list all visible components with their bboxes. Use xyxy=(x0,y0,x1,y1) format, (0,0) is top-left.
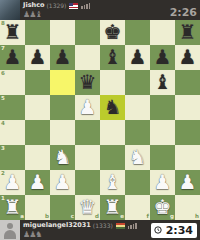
square-c4[interactable] xyxy=(50,120,75,145)
square-d2[interactable] xyxy=(75,170,100,195)
square-a6[interactable]: 6 xyxy=(0,70,25,95)
piece-black-king[interactable]: ♚ xyxy=(100,20,125,45)
clock-icon xyxy=(154,226,162,234)
square-f6[interactable] xyxy=(125,70,150,95)
square-b3[interactable] xyxy=(25,145,50,170)
square-h4[interactable] xyxy=(175,120,200,145)
square-e5[interactable]: ♞ xyxy=(100,95,125,120)
square-c2[interactable]: ♟ xyxy=(50,170,75,195)
piece-black-pawn[interactable]: ♟ xyxy=(150,45,175,70)
square-h3[interactable] xyxy=(175,145,200,170)
square-b4[interactable] xyxy=(25,120,50,145)
square-g8[interactable] xyxy=(150,20,175,45)
square-f5[interactable] xyxy=(125,95,150,120)
square-f2[interactable] xyxy=(125,170,150,195)
square-g4[interactable] xyxy=(150,120,175,145)
bottom-clock-time: 2:34 xyxy=(166,224,193,237)
square-c7[interactable]: ♟ xyxy=(50,45,75,70)
square-b5[interactable] xyxy=(25,95,50,120)
square-b7[interactable]: ♟ xyxy=(25,45,50,70)
bottom-player-avatar[interactable] xyxy=(0,220,20,240)
file-label: e xyxy=(120,214,124,220)
rank-label: 8 xyxy=(1,21,5,27)
file-label: h xyxy=(195,214,199,220)
rank-label: 4 xyxy=(1,121,5,127)
connection-bars-icon xyxy=(81,3,91,9)
square-g5[interactable] xyxy=(150,95,175,120)
top-captured-pieces: ♟♟♝ xyxy=(23,10,170,19)
piece-white-pawn[interactable]: ♟ xyxy=(50,170,75,195)
piece-black-pawn[interactable]: ♟ xyxy=(125,45,150,70)
square-h8[interactable]: ♜ xyxy=(175,20,200,45)
piece-white-knight[interactable]: ♞ xyxy=(125,145,150,170)
square-h7[interactable]: ♟ xyxy=(175,45,200,70)
rank-label: 3 xyxy=(1,146,5,152)
file-label: f xyxy=(147,214,149,220)
piece-black-pawn[interactable]: ♟ xyxy=(50,45,75,70)
square-f3[interactable]: ♞ xyxy=(125,145,150,170)
top-player-rating: (1329) xyxy=(46,3,66,9)
rank-label: 2 xyxy=(1,171,5,177)
connection-bars-icon xyxy=(128,223,138,229)
top-player-name[interactable]: Jishco xyxy=(23,2,44,9)
file-label: g xyxy=(170,214,174,220)
square-e1[interactable]: ♜e xyxy=(100,195,125,220)
square-b2[interactable]: ♟ xyxy=(25,170,50,195)
piece-white-knight[interactable]: ♞ xyxy=(50,145,75,170)
square-b6[interactable] xyxy=(25,70,50,95)
bottom-player-info[interactable]: miguelangel32031 (1333) ♟♟♞ xyxy=(20,221,151,239)
bottom-clock-active: 2:34 xyxy=(151,223,197,238)
square-e7[interactable]: ♝ xyxy=(100,45,125,70)
square-b1[interactable]: b xyxy=(25,195,50,220)
square-c6[interactable] xyxy=(50,70,75,95)
square-f1[interactable]: f xyxy=(125,195,150,220)
piece-black-queen[interactable]: ♛ xyxy=(75,70,100,95)
top-clock-time: 2:26 xyxy=(170,6,197,19)
square-a2[interactable]: ♟2 xyxy=(0,170,25,195)
rank-label: 1 xyxy=(1,196,5,202)
bottom-player-bar: miguelangel32031 (1333) ♟♟♞ 2:34 xyxy=(0,220,200,240)
piece-white-pawn[interactable]: ♟ xyxy=(175,170,200,195)
square-g6[interactable]: ♝ xyxy=(150,70,175,95)
chess-app: Jishco (1329) ♟♟♝ 2:26 ♜8♚♜♟7♟♟♝♟♟♟6♛♝5♟… xyxy=(0,0,200,240)
square-a3[interactable]: 3 xyxy=(0,145,25,170)
square-b8[interactable] xyxy=(25,20,50,45)
square-d8[interactable] xyxy=(75,20,100,45)
us-flag-icon xyxy=(69,3,78,9)
piece-black-bishop[interactable]: ♝ xyxy=(100,45,125,70)
chess-board[interactable]: ♜8♚♜♟7♟♟♝♟♟♟6♛♝5♟♞43♞♞♟2♟♟♝♟♟♜1abc♛d♜ef♚… xyxy=(0,20,200,220)
piece-black-pawn[interactable]: ♟ xyxy=(175,45,200,70)
piece-white-pawn[interactable]: ♟ xyxy=(150,170,175,195)
piece-black-knight[interactable]: ♞ xyxy=(100,95,125,120)
file-label: b xyxy=(45,214,49,220)
rank-label: 6 xyxy=(1,71,5,77)
piece-black-rook[interactable]: ♜ xyxy=(175,20,200,45)
square-d1[interactable]: ♛d xyxy=(75,195,100,220)
square-a4[interactable]: 4 xyxy=(0,120,25,145)
square-f4[interactable] xyxy=(125,120,150,145)
square-g3[interactable] xyxy=(150,145,175,170)
piece-white-pawn[interactable]: ♟ xyxy=(75,95,100,120)
square-e6[interactable] xyxy=(100,70,125,95)
square-g2[interactable]: ♟ xyxy=(150,170,175,195)
top-player-bar: Jishco (1329) ♟♟♝ 2:26 xyxy=(0,0,200,20)
file-label: a xyxy=(20,214,24,220)
square-d5[interactable]: ♟ xyxy=(75,95,100,120)
file-label: c xyxy=(71,214,74,220)
square-d3[interactable] xyxy=(75,145,100,170)
piece-black-pawn[interactable]: ♟ xyxy=(25,45,50,70)
square-e8[interactable]: ♚ xyxy=(100,20,125,45)
square-g7[interactable]: ♟ xyxy=(150,45,175,70)
square-e2[interactable]: ♝ xyxy=(100,170,125,195)
piece-white-pawn[interactable]: ♟ xyxy=(25,170,50,195)
square-f7[interactable]: ♟ xyxy=(125,45,150,70)
rank-label: 7 xyxy=(1,46,5,52)
tricolor-flag-icon xyxy=(116,223,125,229)
square-a8[interactable]: ♜8 xyxy=(0,20,25,45)
bottom-player-name[interactable]: miguelangel32031 xyxy=(23,222,91,229)
square-h1[interactable]: h xyxy=(175,195,200,220)
square-d4[interactable] xyxy=(75,120,100,145)
square-e4[interactable] xyxy=(100,120,125,145)
square-c5[interactable] xyxy=(50,95,75,120)
bottom-clock: 2:34 xyxy=(151,223,197,238)
top-clock: 2:26 xyxy=(170,1,197,20)
bottom-player-rating: (1333) xyxy=(93,223,113,229)
square-h2[interactable]: ♟ xyxy=(175,170,200,195)
square-d7[interactable] xyxy=(75,45,100,70)
square-c3[interactable]: ♞ xyxy=(50,145,75,170)
square-a1[interactable]: ♜1a xyxy=(0,195,25,220)
square-g1[interactable]: ♚g xyxy=(150,195,175,220)
square-a5[interactable]: 5 xyxy=(0,95,25,120)
bottom-captured-pieces: ♟♟♞ xyxy=(23,230,151,239)
piece-white-bishop[interactable]: ♝ xyxy=(100,170,125,195)
square-f8[interactable] xyxy=(125,20,150,45)
square-h6[interactable] xyxy=(175,70,200,95)
piece-black-bishop[interactable]: ♝ xyxy=(150,70,175,95)
file-label: d xyxy=(95,214,99,220)
square-e3[interactable] xyxy=(100,145,125,170)
square-d6[interactable]: ♛ xyxy=(75,70,100,95)
square-c8[interactable] xyxy=(50,20,75,45)
square-a7[interactable]: ♟7 xyxy=(0,45,25,70)
square-c1[interactable]: c xyxy=(50,195,75,220)
rank-label: 5 xyxy=(1,96,5,102)
top-player-info[interactable]: Jishco (1329) ♟♟♝ xyxy=(20,1,170,19)
square-h5[interactable] xyxy=(175,95,200,120)
top-player-avatar[interactable] xyxy=(0,0,20,20)
